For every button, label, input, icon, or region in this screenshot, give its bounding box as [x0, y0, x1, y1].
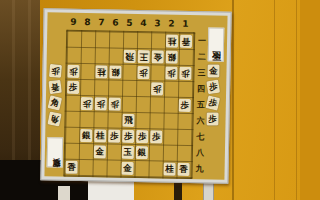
- rank-label: 三: [195, 64, 207, 80]
- square[interactable]: [163, 129, 177, 145]
- wall-seam: [274, 0, 275, 200]
- square[interactable]: 歩: [136, 64, 150, 80]
- captured-piece[interactable]: 香: [48, 80, 61, 94]
- square[interactable]: 香: [176, 161, 190, 177]
- square[interactable]: [148, 160, 162, 176]
- shogi-piece-white[interactable]: 金: [152, 50, 164, 63]
- square[interactable]: 桂: [165, 33, 179, 49]
- shogi-piece-white[interactable]: 歩: [67, 64, 79, 77]
- wall-seam: [232, 0, 234, 200]
- captured-piece[interactable]: 角: [47, 111, 61, 126]
- shogi-piece-black[interactable]: 歩: [122, 129, 134, 142]
- square[interactable]: [137, 32, 151, 48]
- square[interactable]: 桂: [93, 127, 107, 143]
- shogi-piece-white[interactable]: 香: [180, 34, 192, 47]
- square[interactable]: [163, 113, 177, 129]
- shogi-piece-black[interactable]: 歩: [136, 130, 148, 143]
- square[interactable]: [122, 80, 136, 96]
- square[interactable]: [150, 64, 164, 80]
- square[interactable]: 歩: [178, 97, 192, 113]
- square[interactable]: [134, 160, 148, 176]
- square[interactable]: [94, 79, 108, 95]
- square[interactable]: [67, 47, 81, 63]
- square[interactable]: [78, 159, 92, 175]
- shogi-piece-black[interactable]: 飛: [122, 113, 134, 126]
- square[interactable]: [95, 47, 109, 63]
- square[interactable]: 金: [151, 48, 165, 64]
- square[interactable]: 香: [64, 159, 78, 175]
- shogi-piece-white[interactable]: 歩: [137, 66, 149, 79]
- table-cloth: [88, 179, 134, 200]
- square[interactable]: [92, 159, 106, 175]
- square[interactable]: 飛: [123, 48, 137, 64]
- square[interactable]: [178, 81, 192, 97]
- shogi-piece-black[interactable]: 歩: [108, 129, 120, 142]
- square[interactable]: [81, 31, 95, 47]
- square[interactable]: [136, 96, 150, 112]
- square[interactable]: [79, 111, 93, 127]
- square[interactable]: [163, 145, 177, 161]
- square[interactable]: 歩: [121, 128, 135, 144]
- square[interactable]: 銀: [135, 144, 149, 160]
- square[interactable]: [106, 159, 120, 175]
- captured-piece[interactable]: 歩: [49, 64, 62, 78]
- shogi-piece-white[interactable]: 飛: [124, 49, 136, 62]
- demonstration-board: 987654321 桂香飛王金銀歩桂銀歩歩歩歩歩歩歩歩歩飛銀桂歩歩歩歩金玉銀香金…: [40, 8, 231, 184]
- square[interactable]: [179, 49, 193, 65]
- square[interactable]: [149, 144, 163, 160]
- square[interactable]: 歩: [150, 80, 164, 96]
- square[interactable]: 王: [137, 48, 151, 64]
- square[interactable]: 歩: [107, 127, 121, 143]
- shogi-piece-black[interactable]: 金: [94, 145, 106, 158]
- file-label: 9: [66, 17, 80, 29]
- file-label: 1: [178, 19, 192, 31]
- shogi-piece-black[interactable]: 歩: [67, 80, 79, 93]
- shogi-piece-white[interactable]: 銀: [166, 50, 178, 63]
- square[interactable]: [149, 112, 163, 128]
- file-label: 4: [136, 18, 150, 30]
- square[interactable]: 金: [93, 143, 107, 159]
- file-labels: 987654321: [66, 17, 193, 31]
- square[interactable]: [136, 80, 150, 96]
- square[interactable]: 歩: [178, 65, 192, 81]
- shogi-piece-black[interactable]: 桂: [94, 129, 106, 142]
- shogi-piece-white[interactable]: 歩: [95, 97, 107, 110]
- square[interactable]: [93, 111, 107, 127]
- shogi-piece-black[interactable]: 玉: [122, 145, 134, 158]
- square[interactable]: [109, 47, 123, 63]
- square[interactable]: [177, 129, 191, 145]
- square[interactable]: [65, 127, 79, 143]
- square[interactable]: [151, 32, 165, 48]
- rank-label: 八: [194, 144, 206, 160]
- square[interactable]: 歩: [149, 128, 163, 144]
- shogi-piece-white[interactable]: 歩: [109, 97, 121, 110]
- square[interactable]: 玉: [121, 144, 135, 160]
- rank-label: 五: [195, 96, 207, 112]
- captured-piece[interactable]: 金: [207, 64, 219, 77]
- square[interactable]: 桂: [94, 63, 108, 79]
- captured-piece[interactable]: 歩: [206, 112, 218, 125]
- shogi-piece-black[interactable]: 桂: [163, 162, 175, 175]
- square[interactable]: [107, 143, 121, 159]
- square[interactable]: [81, 47, 95, 63]
- shogi-piece-white[interactable]: 銀: [109, 65, 121, 78]
- square[interactable]: [80, 63, 94, 79]
- square[interactable]: 金: [120, 160, 134, 176]
- file-label: 5: [122, 18, 136, 30]
- square[interactable]: [135, 112, 149, 128]
- captured-piece[interactable]: 歩: [206, 95, 221, 110]
- square[interactable]: [164, 97, 178, 113]
- square[interactable]: [67, 31, 81, 47]
- square[interactable]: 香: [179, 33, 193, 49]
- captured-piece[interactable]: 角: [48, 95, 63, 110]
- shogi-piece-black[interactable]: 金: [121, 161, 133, 174]
- shogi-piece-white[interactable]: 桂: [95, 65, 107, 78]
- square[interactable]: [95, 31, 109, 47]
- square[interactable]: [109, 31, 123, 47]
- shogi-piece-black[interactable]: 香: [177, 162, 189, 175]
- square[interactable]: [80, 79, 94, 95]
- captured-piece[interactable]: 歩: [206, 80, 220, 95]
- captured-pieces-left[interactable]: 歩香角角: [48, 64, 61, 125]
- shogi-piece-black[interactable]: 銀: [136, 146, 148, 159]
- square[interactable]: [66, 95, 80, 111]
- square[interactable]: [177, 145, 191, 161]
- shogi-piece-white[interactable]: 歩: [165, 66, 177, 79]
- shogi-piece-white[interactable]: 桂: [166, 34, 178, 47]
- square[interactable]: [65, 111, 79, 127]
- square[interactable]: 歩: [66, 63, 80, 79]
- shogi-piece-black[interactable]: 歩: [179, 98, 191, 111]
- square[interactable]: [177, 113, 191, 129]
- rank-label: 九: [193, 160, 205, 176]
- square[interactable]: 歩: [66, 79, 80, 95]
- file-label: 7: [94, 17, 108, 29]
- board-surface: 987654321 桂香飛王金銀歩桂銀歩歩歩歩歩歩歩歩歩飛銀桂歩歩歩歩金玉銀香金…: [44, 12, 227, 179]
- square[interactable]: [107, 111, 121, 127]
- shogi-piece-white[interactable]: 王: [138, 50, 150, 63]
- square[interactable]: 銀: [165, 49, 179, 65]
- stand-pole: [58, 186, 70, 200]
- player-name-card-left: 近藤: [47, 137, 64, 167]
- square[interactable]: [122, 96, 136, 112]
- shogi-piece-black[interactable]: 香: [66, 160, 78, 173]
- shogi-board-grid[interactable]: 桂香飛王金銀歩桂銀歩歩歩歩歩歩歩歩歩飛銀桂歩歩歩歩金玉銀香金桂香: [63, 30, 195, 179]
- rank-label: 六: [194, 112, 206, 128]
- square[interactable]: 歩: [80, 95, 94, 111]
- square[interactable]: [164, 81, 178, 97]
- square[interactable]: 歩: [94, 95, 108, 111]
- square[interactable]: 歩: [108, 95, 122, 111]
- square[interactable]: [79, 143, 93, 159]
- square[interactable]: 歩: [135, 128, 149, 144]
- file-label: 3: [150, 18, 164, 30]
- wall-seam: [296, 0, 297, 200]
- player-name-card-right: 羽生: [208, 27, 225, 61]
- captured-pieces-right[interactable]: 金歩歩歩: [206, 64, 219, 125]
- rank-label: 二: [196, 48, 208, 64]
- square[interactable]: 銀: [108, 63, 122, 79]
- square[interactable]: 桂: [162, 161, 176, 177]
- square[interactable]: 銀: [79, 127, 93, 143]
- file-label: 6: [108, 17, 122, 29]
- shogi-piece-white[interactable]: 歩: [81, 96, 93, 109]
- shogi-piece-black[interactable]: 歩: [150, 130, 162, 143]
- file-label: 2: [164, 19, 178, 31]
- square[interactable]: 歩: [164, 65, 178, 81]
- square[interactable]: [123, 32, 137, 48]
- square[interactable]: [108, 79, 122, 95]
- rank-label: 一: [196, 32, 208, 48]
- square[interactable]: [122, 64, 136, 80]
- square[interactable]: [150, 96, 164, 112]
- shogi-piece-white[interactable]: 歩: [151, 82, 163, 95]
- rank-label: 七: [194, 128, 206, 144]
- shogi-piece-black[interactable]: 銀: [80, 128, 92, 141]
- shogi-piece-white[interactable]: 歩: [179, 66, 191, 79]
- square[interactable]: 飛: [121, 112, 135, 128]
- square[interactable]: [65, 143, 79, 159]
- file-label: 8: [80, 17, 94, 29]
